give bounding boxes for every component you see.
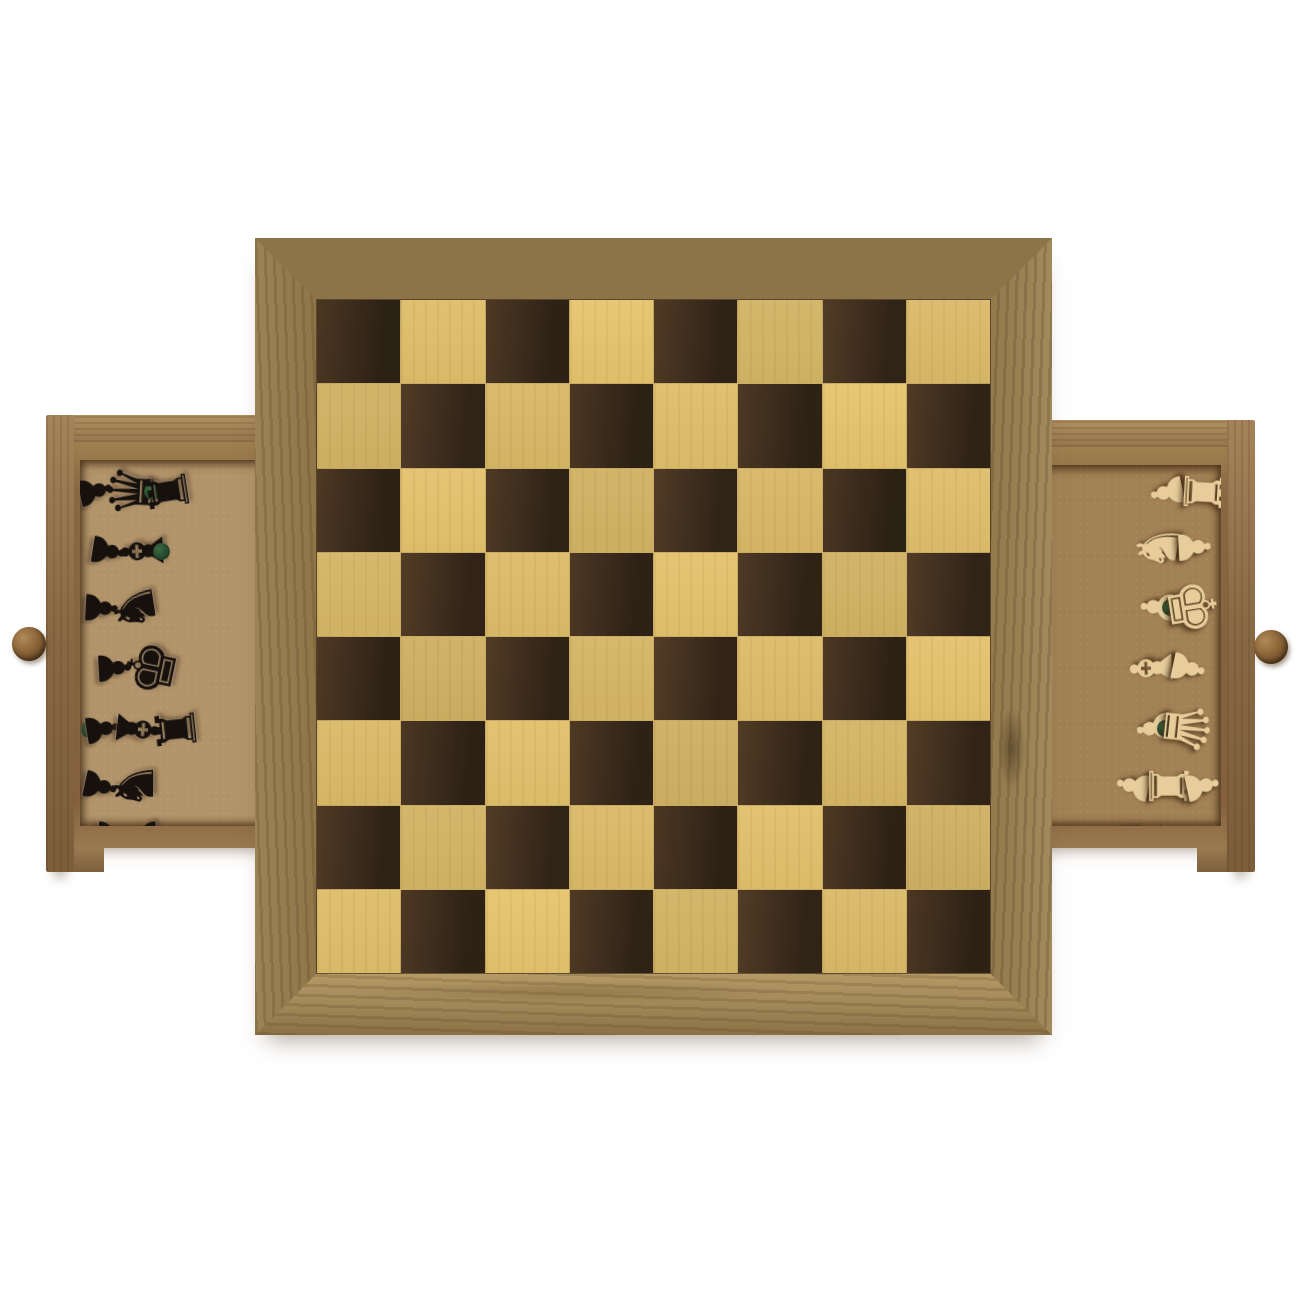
square-g6[interactable]: [823, 469, 906, 552]
right-drawer-knob[interactable]: [1254, 630, 1288, 664]
square-c5[interactable]: [486, 553, 569, 636]
square-h3[interactable]: [907, 721, 990, 804]
square-b7[interactable]: [401, 384, 484, 467]
square-h6[interactable]: [907, 469, 990, 552]
board-frame-top: [255, 238, 1052, 300]
square-f8[interactable]: [738, 300, 821, 383]
square-e3[interactable]: [654, 721, 737, 804]
square-f5[interactable]: [738, 553, 821, 636]
right-drawer-front-panel: [1227, 420, 1255, 872]
square-g2[interactable]: [823, 806, 906, 889]
square-h5[interactable]: [907, 553, 990, 636]
right-drawer-bottom-edge: [1197, 848, 1231, 872]
black-rook[interactable]: ♜: [139, 463, 200, 519]
square-e2[interactable]: [654, 806, 737, 889]
square-d8[interactable]: [570, 300, 653, 383]
square-a7[interactable]: [317, 384, 400, 467]
board-frame-left: [255, 238, 317, 1035]
white-rook[interactable]: ♜: [1174, 466, 1221, 517]
square-f6[interactable]: [738, 469, 821, 552]
square-g1[interactable]: [823, 890, 906, 973]
square-h1[interactable]: [907, 890, 990, 973]
white-queen[interactable]: ♛: [1152, 697, 1219, 759]
black-rook[interactable]: ♜: [148, 702, 207, 756]
square-a4[interactable]: [317, 637, 400, 720]
square-b2[interactable]: [401, 806, 484, 889]
black-pawn[interactable]: ♟: [118, 814, 166, 826]
square-e4[interactable]: [654, 637, 737, 720]
square-g7[interactable]: [823, 384, 906, 467]
square-f1[interactable]: [738, 890, 821, 973]
square-c4[interactable]: [486, 637, 569, 720]
square-e1[interactable]: [654, 890, 737, 973]
square-g3[interactable]: [823, 721, 906, 804]
square-c1[interactable]: [486, 890, 569, 973]
square-f2[interactable]: [738, 806, 821, 889]
square-b6[interactable]: [401, 469, 484, 552]
square-d2[interactable]: [570, 806, 653, 889]
left-drawer-knob[interactable]: [12, 627, 46, 661]
board-frame-right: [990, 238, 1052, 1035]
square-d7[interactable]: [570, 384, 653, 467]
square-h4[interactable]: [907, 637, 990, 720]
square-h7[interactable]: [907, 384, 990, 467]
board-frame-bottom: [255, 973, 1052, 1035]
square-f4[interactable]: [738, 637, 821, 720]
square-c2[interactable]: [486, 806, 569, 889]
square-a8[interactable]: [317, 300, 400, 383]
square-e5[interactable]: [654, 553, 737, 636]
square-e6[interactable]: [654, 469, 737, 552]
square-a5[interactable]: [317, 553, 400, 636]
square-d3[interactable]: [570, 721, 653, 804]
black-knight[interactable]: ♞: [104, 579, 167, 637]
black-king[interactable]: ♚: [115, 633, 190, 702]
square-d1[interactable]: [570, 890, 653, 973]
black-knight[interactable]: ♞: [107, 761, 163, 811]
green-felt-base: [153, 543, 170, 560]
square-g5[interactable]: [823, 553, 906, 636]
square-c6[interactable]: [486, 469, 569, 552]
square-e7[interactable]: [654, 384, 737, 467]
square-g8[interactable]: [823, 300, 906, 383]
square-h2[interactable]: [907, 806, 990, 889]
square-d6[interactable]: [570, 469, 653, 552]
square-b3[interactable]: [401, 721, 484, 804]
scene: ♟♛♜♟♝♟♞♟♚♟♝♜♟♞♟♟ ♟♜♞♟♟♚♝♟♟♛♟♜♟♞♟♝: [0, 0, 1300, 1300]
square-b5[interactable]: [401, 553, 484, 636]
square-a3[interactable]: [317, 721, 400, 804]
square-a6[interactable]: [317, 469, 400, 552]
square-e8[interactable]: [654, 300, 737, 383]
square-b1[interactable]: [401, 890, 484, 973]
square-f3[interactable]: [738, 721, 821, 804]
square-b8[interactable]: [401, 300, 484, 383]
left-drawer-bottom-edge: [70, 848, 104, 872]
square-a2[interactable]: [317, 806, 400, 889]
square-h8[interactable]: [907, 300, 990, 383]
square-a1[interactable]: [317, 890, 400, 973]
square-d4[interactable]: [570, 637, 653, 720]
left-drawer-front-panel: [46, 415, 74, 872]
square-f7[interactable]: [738, 384, 821, 467]
square-g4[interactable]: [823, 637, 906, 720]
square-b4[interactable]: [401, 637, 484, 720]
chess-board: [255, 238, 1052, 1035]
board-squares: [317, 300, 990, 973]
square-c8[interactable]: [486, 300, 569, 383]
square-c3[interactable]: [486, 721, 569, 804]
white-king[interactable]: ♚: [1155, 574, 1221, 641]
square-c7[interactable]: [486, 384, 569, 467]
square-d5[interactable]: [570, 553, 653, 636]
white-pawn[interactable]: ♟: [1170, 526, 1216, 568]
white-pawn[interactable]: ♟: [1176, 762, 1221, 810]
white-bishop[interactable]: ♝: [1149, 812, 1214, 826]
